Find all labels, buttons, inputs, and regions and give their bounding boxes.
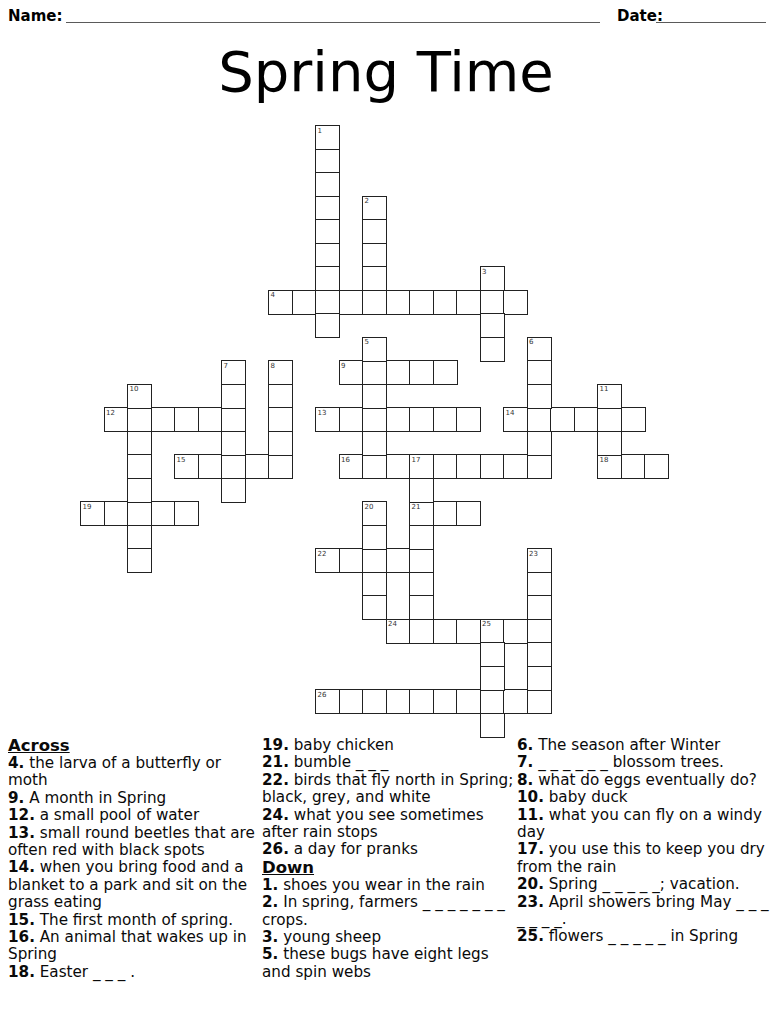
grid-cell-r12c23[interactable]: [621, 407, 646, 432]
clue-26-across-number: 26.: [262, 840, 289, 858]
cell-number-3: 3: [482, 268, 486, 276]
grid-cell-r12c3[interactable]: [151, 407, 176, 432]
grid-cell-r17c14[interactable]: [409, 525, 434, 550]
grid-cell-r12c11[interactable]: [339, 407, 364, 432]
grid-cell-r14c14[interactable]: 17: [409, 454, 434, 479]
clue-14-across-number: 14.: [8, 858, 35, 876]
grid-cell-r14c13[interactable]: [386, 454, 411, 479]
clue-10-down-number: 10.: [517, 788, 544, 806]
clue-19-across-number: 19.: [262, 736, 289, 754]
clue-12-across-text: a small pool of water: [35, 806, 199, 824]
grid-cell-r24c16[interactable]: [456, 689, 481, 714]
cell-number-23: 23: [529, 550, 538, 558]
grid-cell-r13c8[interactable]: [268, 431, 293, 456]
cell-number-11: 11: [600, 385, 609, 393]
grid-cell-r11c2[interactable]: 10: [127, 384, 152, 409]
grid-cell-r12c6[interactable]: [221, 407, 246, 432]
grid-cell-r10c8[interactable]: 8: [268, 360, 293, 385]
clue-14-across: 14. when you bring food and a blanket to…: [8, 859, 259, 911]
cell-number-15: 15: [177, 456, 186, 464]
clue-17-down-number: 17.: [517, 840, 544, 858]
grid-cell-r24c15[interactable]: [433, 689, 458, 714]
grid-cell-r7c10[interactable]: [315, 290, 340, 315]
clue-21-across-text: bumble _ _ _: [289, 753, 388, 771]
clue-10-down-text: baby duck: [544, 788, 628, 806]
grid-cell-r7c12[interactable]: [362, 290, 387, 315]
grid-cell-r24c11[interactable]: [339, 689, 364, 714]
grid-cell-r12c16[interactable]: [456, 407, 481, 432]
grid-cell-r18c12[interactable]: [362, 548, 387, 573]
grid-cell-r16c0[interactable]: 19: [80, 501, 105, 526]
clue-16-across-text: An animal that wakes up in Spring: [8, 928, 247, 963]
clue-4-across-number: 4.: [8, 754, 24, 772]
grid-cell-r7c15[interactable]: [433, 290, 458, 315]
grid-cell-r13c12[interactable]: [362, 431, 387, 456]
cell-number-18: 18: [600, 456, 609, 464]
cell-number-10: 10: [130, 385, 139, 393]
grid-cell-r16c2[interactable]: [127, 501, 152, 526]
grid-cell-r14c8[interactable]: [268, 454, 293, 479]
clue-13-across-text: small round beetles that are often red w…: [8, 824, 255, 859]
clues-col-3-list: 6. The season after Winter7. _ _ _ _ _ _…: [517, 737, 770, 946]
clue-21-across-number: 21.: [262, 753, 289, 771]
grid-cell-r15c14[interactable]: [409, 478, 434, 503]
grid-cell-r7c17[interactable]: [480, 290, 505, 315]
clue-6-down: 6. The season after Winter: [517, 737, 770, 754]
clue-23-down: 23. April showers bring May _ _ _ _ _ _ …: [517, 894, 770, 929]
clue-6-down-number: 6.: [517, 736, 533, 754]
clue-7-down-text: _ _ _ _ _ _ blossom trees.: [533, 753, 724, 771]
clue-11-down-number: 11.: [517, 806, 544, 824]
grid-cell-r12c1[interactable]: 12: [104, 407, 129, 432]
clue-24-across: 24. what you see sometimes after rain st…: [262, 807, 514, 842]
clue-11-down-text: what you can fly on a windy day: [517, 806, 762, 841]
grid-cell-r25c17[interactable]: [480, 713, 505, 738]
clue-15-across: 15. The first month of spring.: [8, 912, 259, 929]
date-blank-line[interactable]: [656, 22, 766, 23]
grid-cell-r24c19[interactable]: [527, 689, 552, 714]
grid-cell-r16c3[interactable]: [151, 501, 176, 526]
clue-13-across: 13. small round beetles that are often r…: [8, 825, 259, 860]
clue-19-across-text: baby chicken: [289, 736, 394, 754]
grid-cell-r13c22[interactable]: [597, 431, 622, 456]
grid-cell-r15c6[interactable]: [221, 478, 246, 503]
clue-18-across: 18. Easter _ _ _ .: [8, 964, 259, 981]
cell-number-19: 19: [83, 503, 92, 511]
clue-5-down-number: 5.: [262, 945, 278, 963]
grid-cell-r18c10[interactable]: 22: [315, 548, 340, 573]
clues-col-1-list: 4. the larva of a butterfly or moth9. A …: [8, 755, 259, 981]
clue-20-down-number: 20.: [517, 875, 544, 893]
grid-cell-r21c18[interactable]: [503, 619, 528, 644]
grid-cell-r13c6[interactable]: [221, 431, 246, 456]
grid-cell-r13c2[interactable]: [127, 431, 152, 456]
clue-22-across: 22. birds that fly north in Spring; blac…: [262, 772, 514, 807]
grid-cell-r16c12[interactable]: 20: [362, 501, 387, 526]
clue-7-down-number: 7.: [517, 753, 533, 771]
clue-8-down-text: what do eggs eventually do?: [533, 771, 757, 789]
grid-cell-r9c17[interactable]: [480, 337, 505, 362]
clue-12-across: 12. a small pool of water: [8, 807, 259, 824]
grid-cell-r12c21[interactable]: [574, 407, 599, 432]
grid-cell-r21c17[interactable]: 25: [480, 619, 505, 644]
grid-cell-r12c19[interactable]: [527, 407, 552, 432]
grid-cell-r10c15[interactable]: [433, 360, 458, 385]
grid-cell-r14c24[interactable]: [644, 454, 669, 479]
clue-18-across-number: 18.: [8, 963, 35, 981]
grid-cell-r11c6[interactable]: [221, 384, 246, 409]
grid-cell-r7c8[interactable]: 4: [268, 290, 293, 315]
name-blank-line[interactable]: [66, 22, 600, 23]
grid-cell-r9c19[interactable]: 6: [527, 337, 552, 362]
grid-cell-r10c19[interactable]: [527, 360, 552, 385]
grid-cell-r7c14[interactable]: [409, 290, 434, 315]
grid-cell-r8c17[interactable]: [480, 313, 505, 338]
grid-cell-r7c18[interactable]: [503, 290, 528, 315]
grid-cell-r16c4[interactable]: [174, 501, 199, 526]
grid-cell-r10c13[interactable]: [386, 360, 411, 385]
across-header: Across: [8, 737, 259, 755]
cell-number-14: 14: [506, 409, 515, 417]
clue-17-down: 17. you use this to keep you dry from th…: [517, 841, 770, 876]
clue-2-down-number: 2.: [262, 893, 278, 911]
down-header: Down: [262, 859, 514, 877]
clue-7-down: 7. _ _ _ _ _ _ blossom trees.: [517, 754, 770, 771]
grid-cell-r16c1[interactable]: [104, 501, 129, 526]
clue-6-down-text: The season after Winter: [533, 736, 720, 754]
clue-9-across-number: 9.: [8, 789, 24, 807]
clue-15-across-text: The first month of spring.: [35, 911, 233, 929]
grid-cell-r19c12[interactable]: [362, 572, 387, 597]
clue-23-down-text: April showers bring May _ _ _ _ _ _ _.: [517, 893, 769, 928]
grid-cell-r10c11[interactable]: 9: [339, 360, 364, 385]
cell-number-9: 9: [341, 362, 345, 370]
grid-cell-r8c10[interactable]: [315, 313, 340, 338]
grid-cell-r11c12[interactable]: [362, 384, 387, 409]
clue-22-across-number: 22.: [262, 771, 289, 789]
grid-cell-r4c12[interactable]: [362, 219, 387, 244]
cell-number-22: 22: [318, 550, 327, 558]
grid-cell-r12c5[interactable]: [198, 407, 223, 432]
grid-cell-r5c12[interactable]: [362, 243, 387, 268]
grid-cell-r18c11[interactable]: [339, 548, 364, 573]
grid-cell-r16c14[interactable]: 21: [409, 501, 434, 526]
grid-cell-r12c10[interactable]: 13: [315, 407, 340, 432]
cell-number-20: 20: [365, 503, 374, 511]
cell-number-7: 7: [224, 362, 228, 370]
clue-1-down: 1. shoes you wear in the rain: [262, 877, 514, 894]
grid-cell-r10c12[interactable]: [362, 360, 387, 385]
clues-col-2-down-list: 1. shoes you wear in the rain2. In sprin…: [262, 877, 514, 981]
grid-cell-r14c16[interactable]: [456, 454, 481, 479]
grid-cell-r21c15[interactable]: [433, 619, 458, 644]
grid-cell-r19c14[interactable]: [409, 572, 434, 597]
cell-number-12: 12: [106, 409, 115, 417]
cell-number-2: 2: [365, 197, 369, 205]
grid-cell-r12c8[interactable]: [268, 407, 293, 432]
grid-cell-r24c13[interactable]: [386, 689, 411, 714]
clue-18-across-text: Easter _ _ _ .: [35, 963, 135, 981]
clue-26-across-text: a day for pranks: [289, 840, 418, 858]
cell-number-8: 8: [271, 362, 275, 370]
grid-cell-r14c5[interactable]: [198, 454, 223, 479]
grid-cell-r12c14[interactable]: [409, 407, 434, 432]
grid-cell-r10c14[interactable]: [409, 360, 434, 385]
name-label: Name:: [8, 7, 62, 25]
grid-cell-r23c19[interactable]: [527, 666, 552, 691]
clue-9-across-text: A month in Spring: [24, 789, 166, 807]
clue-21-across: 21. bumble _ _ _: [262, 754, 514, 771]
clue-11-down: 11. what you can fly on a windy day: [517, 807, 770, 842]
grid-cell-r5c10[interactable]: [315, 243, 340, 268]
grid-cell-r18c2[interactable]: [127, 548, 152, 573]
clue-8-down: 8. what do eggs eventually do?: [517, 772, 770, 789]
grid-cell-r13c19[interactable]: [527, 431, 552, 456]
clue-24-across-number: 24.: [262, 806, 289, 824]
cell-number-24: 24: [388, 620, 397, 628]
clue-16-across: 16. An animal that wakes up in Spring: [8, 929, 259, 964]
cell-number-25: 25: [482, 620, 491, 628]
grid-cell-r0c10[interactable]: 1: [315, 125, 340, 150]
grid-cell-r11c19[interactable]: [527, 384, 552, 409]
grid-cell-r17c2[interactable]: [127, 525, 152, 550]
clue-4-across-text: the larva of a butterfly or moth: [8, 754, 221, 789]
grid-cell-r7c11[interactable]: [339, 290, 364, 315]
grid-cell-r12c15[interactable]: [433, 407, 458, 432]
clue-3-down: 3. young sheep: [262, 929, 514, 946]
clue-3-down-text: young sheep: [278, 928, 381, 946]
clue-3-down-number: 3.: [262, 928, 278, 946]
clue-14-across-text: when you bring food and a blanket to a p…: [8, 858, 247, 911]
grid-cell-r14c17[interactable]: [480, 454, 505, 479]
clue-20-down-text: Spring _ _ _ _ _; vacation.: [544, 875, 740, 893]
cell-number-6: 6: [529, 338, 533, 346]
clue-17-down-text: you use this to keep you dry from the ra…: [517, 840, 765, 875]
grid-cell-r12c4[interactable]: [174, 407, 199, 432]
cell-number-16: 16: [341, 456, 350, 464]
grid-cell-r12c2[interactable]: [127, 407, 152, 432]
grid-cell-r24c18[interactable]: [503, 689, 528, 714]
grid-cell-r19c19[interactable]: [527, 572, 552, 597]
clue-24-across-text: what you see sometimes after rain stops: [262, 806, 484, 841]
clue-16-across-number: 16.: [8, 928, 35, 946]
clue-5-down-text: these bugs have eight legs and spin webs: [262, 945, 489, 980]
clue-1-down-text: shoes you wear in the rain: [278, 876, 484, 894]
clue-22-across-text: birds that fly north in Spring; black, g…: [262, 771, 513, 806]
clue-5-down: 5. these bugs have eight legs and spin w…: [262, 946, 514, 981]
grid-cell-r21c19[interactable]: [527, 619, 552, 644]
clue-8-down-number: 8.: [517, 771, 533, 789]
grid-cell-r12c13[interactable]: [386, 407, 411, 432]
grid-cell-r6c12[interactable]: [362, 266, 387, 291]
grid-cell-r9c12[interactable]: 5: [362, 337, 387, 362]
clue-25-down-number: 25.: [517, 927, 544, 945]
grid-cell-r14c22[interactable]: 18: [597, 454, 622, 479]
grid-cell-r21c14[interactable]: [409, 619, 434, 644]
clue-25-down-text: flowers _ _ _ _ _ in Spring: [544, 927, 738, 945]
clue-1-down-number: 1.: [262, 876, 278, 894]
grid-cell-r12c22[interactable]: [597, 407, 622, 432]
clue-23-down-number: 23.: [517, 893, 544, 911]
grid-cell-r22c17[interactable]: [480, 642, 505, 667]
grid-cell-r3c10[interactable]: [315, 196, 340, 221]
cell-number-13: 13: [318, 409, 327, 417]
clue-15-across-number: 15.: [8, 911, 35, 929]
clue-12-across-number: 12.: [8, 806, 35, 824]
cell-number-1: 1: [318, 127, 322, 135]
grid-cell-r18c19[interactable]: 23: [527, 548, 552, 573]
grid-cell-r1c10[interactable]: [315, 149, 340, 174]
worksheet-page: Name: Date: Spring Time 4912131415161718…: [0, 0, 772, 1024]
grid-cell-r12c12[interactable]: [362, 407, 387, 432]
grid-cell-r14c12[interactable]: [362, 454, 387, 479]
clue-13-across-number: 13.: [8, 824, 35, 842]
grid-cell-r14c2[interactable]: [127, 454, 152, 479]
grid-cell-r22c19[interactable]: [527, 642, 552, 667]
grid-cell-r7c9[interactable]: [292, 290, 317, 315]
grid-cell-r14c6[interactable]: [221, 454, 246, 479]
grid-cell-r14c19[interactable]: [527, 454, 552, 479]
crossword-grid: 4912131415161718192122242526123567810112…: [80, 125, 670, 739]
grid-cell-r11c22[interactable]: 11: [597, 384, 622, 409]
clues-column-3: 6. The season after Winter7. _ _ _ _ _ _…: [517, 737, 770, 946]
clues-col-2-across-list: 19. baby chicken21. bumble _ _ _22. bird…: [262, 737, 514, 859]
clue-9-across: 9. A month in Spring: [8, 790, 259, 807]
grid-cell-r14c23[interactable]: [621, 454, 646, 479]
grid-cell-r11c8[interactable]: [268, 384, 293, 409]
grid-cell-r20c12[interactable]: [362, 595, 387, 620]
cell-number-21: 21: [412, 503, 421, 511]
grid-cell-r16c15[interactable]: [433, 501, 458, 526]
grid-cell-r3c12[interactable]: 2: [362, 196, 387, 221]
grid-cell-r14c4[interactable]: 15: [174, 454, 199, 479]
grid-cell-r15c2[interactable]: [127, 478, 152, 503]
grid-cell-r7c13[interactable]: [386, 290, 411, 315]
clue-20-down: 20. Spring _ _ _ _ _; vacation.: [517, 876, 770, 893]
clues-column-2: 19. baby chicken21. bumble _ _ _22. bird…: [262, 737, 514, 981]
grid-cell-r18c14[interactable]: [409, 548, 434, 573]
grid-cell-r10c6[interactable]: 7: [221, 360, 246, 385]
clue-2-down-text: In spring, farmers _ _ _ _ _ _ _ crops.: [262, 893, 505, 928]
grid-cell-r21c16[interactable]: [456, 619, 481, 644]
clue-25-down: 25. flowers _ _ _ _ _ in Spring: [517, 928, 770, 945]
grid-cell-r24c10[interactable]: 26: [315, 689, 340, 714]
clue-10-down: 10. baby duck: [517, 789, 770, 806]
grid-cell-r14c15[interactable]: [433, 454, 458, 479]
grid-cell-r6c17[interactable]: 3: [480, 266, 505, 291]
grid-cell-r20c19[interactable]: [527, 595, 552, 620]
grid-cell-r24c14[interactable]: [409, 689, 434, 714]
clue-26-across: 26. a day for pranks: [262, 841, 514, 858]
grid-cell-r20c14[interactable]: [409, 595, 434, 620]
grid-cell-r7c16[interactable]: [456, 290, 481, 315]
grid-cell-r17c12[interactable]: [362, 525, 387, 550]
grid-cell-r6c10[interactable]: [315, 266, 340, 291]
clue-4-across: 4. the larva of a butterfly or moth: [8, 755, 259, 790]
grid-cell-r24c12[interactable]: [362, 689, 387, 714]
cell-number-26: 26: [318, 691, 327, 699]
grid-cell-r12c18[interactable]: 14: [503, 407, 528, 432]
clue-2-down: 2. In spring, farmers _ _ _ _ _ _ _ crop…: [262, 894, 514, 929]
cell-number-4: 4: [271, 291, 275, 299]
grid-cell-r16c16[interactable]: [456, 501, 481, 526]
cell-number-17: 17: [412, 456, 421, 464]
grid-cell-r12c20[interactable]: [550, 407, 575, 432]
grid-cell-r18c13[interactable]: [386, 548, 411, 573]
grid-cell-r4c10[interactable]: [315, 219, 340, 244]
clues-column-1: Across 4. the larva of a butterfly or mo…: [8, 737, 259, 981]
page-title: Spring Time: [0, 44, 772, 100]
grid-cell-r14c11[interactable]: 16: [339, 454, 364, 479]
grid-cell-r2c10[interactable]: [315, 172, 340, 197]
grid-cell-r24c17[interactable]: [480, 689, 505, 714]
grid-cell-r23c17[interactable]: [480, 666, 505, 691]
grid-cell-r14c18[interactable]: [503, 454, 528, 479]
clue-19-across: 19. baby chicken: [262, 737, 514, 754]
grid-cell-r21c13[interactable]: 24: [386, 619, 411, 644]
grid-cell-r14c7[interactable]: [245, 454, 270, 479]
cell-number-5: 5: [365, 338, 369, 346]
